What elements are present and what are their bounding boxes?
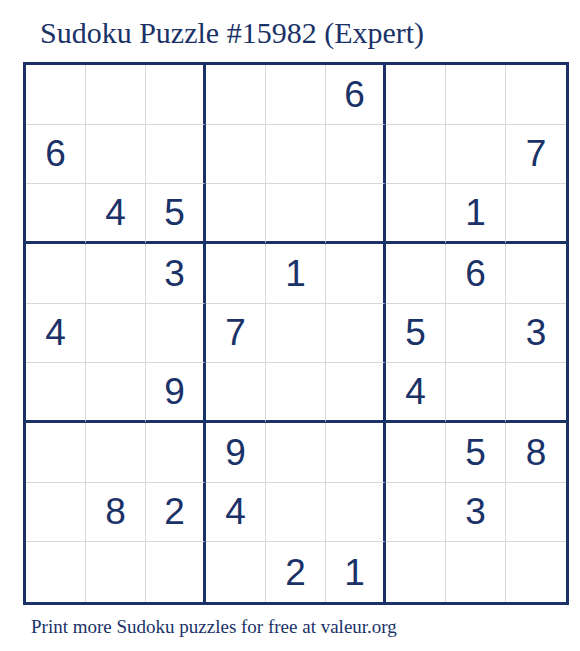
cell-r5c3[interactable] <box>146 304 206 364</box>
cell-r1c9[interactable] <box>506 65 566 125</box>
cell-r2c6[interactable] <box>326 125 386 185</box>
cell-r5c9-given-3[interactable]: 3 <box>506 304 566 364</box>
cell-r8c4-given-4[interactable]: 4 <box>206 483 266 543</box>
cell-r4c7[interactable] <box>386 244 446 304</box>
cell-r6c7-given-4[interactable]: 4 <box>386 363 446 423</box>
cell-r7c3[interactable] <box>146 423 206 483</box>
cell-r3c8-given-1[interactable]: 1 <box>446 184 506 244</box>
cell-r7c9-given-8[interactable]: 8 <box>506 423 566 483</box>
cell-r4c8-given-6[interactable]: 6 <box>446 244 506 304</box>
cell-r6c9[interactable] <box>506 363 566 423</box>
cell-r4c6[interactable] <box>326 244 386 304</box>
cell-r6c8[interactable] <box>446 363 506 423</box>
cell-r7c1[interactable] <box>26 423 86 483</box>
cell-r6c2[interactable] <box>86 363 146 423</box>
cell-r9c5-given-2[interactable]: 2 <box>266 542 326 602</box>
cell-r3c9[interactable] <box>506 184 566 244</box>
cell-r4c3-given-3[interactable]: 3 <box>146 244 206 304</box>
cell-r7c5[interactable] <box>266 423 326 483</box>
cell-r9c2[interactable] <box>86 542 146 602</box>
cell-r5c8[interactable] <box>446 304 506 364</box>
cell-r6c5[interactable] <box>266 363 326 423</box>
sudoku-board: 667451316475394958824321 <box>23 62 569 605</box>
cell-r8c3-given-2[interactable]: 2 <box>146 483 206 543</box>
cell-r3c4[interactable] <box>206 184 266 244</box>
cell-r1c2[interactable] <box>86 65 146 125</box>
sudoku-page: Sudoku Puzzle #15982 (Expert) 6674513164… <box>0 0 580 651</box>
cell-r6c6[interactable] <box>326 363 386 423</box>
cell-r8c9[interactable] <box>506 483 566 543</box>
cell-r9c9[interactable] <box>506 542 566 602</box>
cell-r5c6[interactable] <box>326 304 386 364</box>
cell-r2c4[interactable] <box>206 125 266 185</box>
cell-r4c5-given-1[interactable]: 1 <box>266 244 326 304</box>
cell-r5c2[interactable] <box>86 304 146 364</box>
cell-r2c7[interactable] <box>386 125 446 185</box>
cell-r4c2[interactable] <box>86 244 146 304</box>
cell-r3c6[interactable] <box>326 184 386 244</box>
cell-r3c1[interactable] <box>26 184 86 244</box>
cell-r1c8[interactable] <box>446 65 506 125</box>
cell-r2c3[interactable] <box>146 125 206 185</box>
cell-r1c7[interactable] <box>386 65 446 125</box>
cell-r8c8-given-3[interactable]: 3 <box>446 483 506 543</box>
cell-r7c6[interactable] <box>326 423 386 483</box>
cell-r9c1[interactable] <box>26 542 86 602</box>
cell-r3c5[interactable] <box>266 184 326 244</box>
cell-r7c8-given-5[interactable]: 5 <box>446 423 506 483</box>
cell-r7c2[interactable] <box>86 423 146 483</box>
cell-r4c1[interactable] <box>26 244 86 304</box>
cell-r2c1-given-6[interactable]: 6 <box>26 125 86 185</box>
cell-r7c4-given-9[interactable]: 9 <box>206 423 266 483</box>
cell-r2c8[interactable] <box>446 125 506 185</box>
cell-r1c6-given-6[interactable]: 6 <box>326 65 386 125</box>
cell-r1c5[interactable] <box>266 65 326 125</box>
cell-r5c4-given-7[interactable]: 7 <box>206 304 266 364</box>
cell-r8c5[interactable] <box>266 483 326 543</box>
cell-r6c1[interactable] <box>26 363 86 423</box>
page-title: Sudoku Puzzle #15982 (Expert) <box>40 16 424 50</box>
cell-r4c4[interactable] <box>206 244 266 304</box>
cell-r2c2[interactable] <box>86 125 146 185</box>
cell-r3c2-given-4[interactable]: 4 <box>86 184 146 244</box>
cell-r9c7[interactable] <box>386 542 446 602</box>
cell-r3c7[interactable] <box>386 184 446 244</box>
cell-r8c7[interactable] <box>386 483 446 543</box>
cell-r3c3-given-5[interactable]: 5 <box>146 184 206 244</box>
cell-r9c4[interactable] <box>206 542 266 602</box>
footer-text: Print more Sudoku puzzles for free at va… <box>31 616 397 638</box>
cell-r1c4[interactable] <box>206 65 266 125</box>
cell-r9c6-given-1[interactable]: 1 <box>326 542 386 602</box>
cell-r8c6[interactable] <box>326 483 386 543</box>
cell-r9c3[interactable] <box>146 542 206 602</box>
cell-r1c1[interactable] <box>26 65 86 125</box>
cell-r5c7-given-5[interactable]: 5 <box>386 304 446 364</box>
cell-r7c7[interactable] <box>386 423 446 483</box>
cell-r6c3-given-9[interactable]: 9 <box>146 363 206 423</box>
cell-r8c1[interactable] <box>26 483 86 543</box>
cell-r9c8[interactable] <box>446 542 506 602</box>
cell-r6c4[interactable] <box>206 363 266 423</box>
cell-r2c5[interactable] <box>266 125 326 185</box>
cell-r4c9[interactable] <box>506 244 566 304</box>
cell-r5c1-given-4[interactable]: 4 <box>26 304 86 364</box>
cell-r5c5[interactable] <box>266 304 326 364</box>
cell-r8c2-given-8[interactable]: 8 <box>86 483 146 543</box>
cell-r1c3[interactable] <box>146 65 206 125</box>
cell-r2c9-given-7[interactable]: 7 <box>506 125 566 185</box>
